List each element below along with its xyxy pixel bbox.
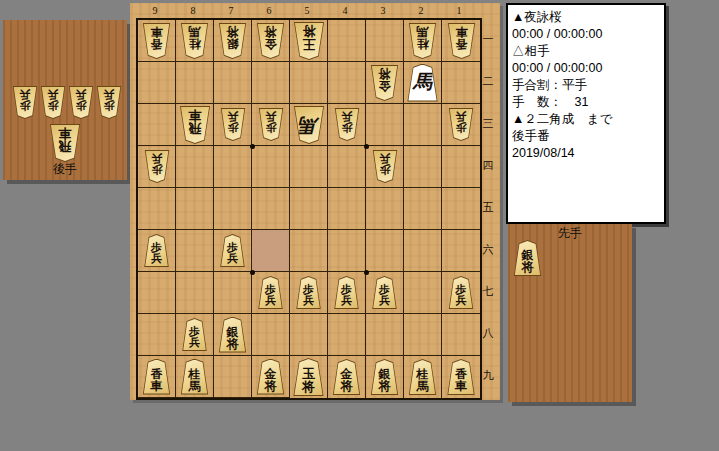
rank-label-二: 二 xyxy=(480,60,496,102)
board-cell-9六[interactable]: 歩兵 xyxy=(138,230,176,272)
board-cell-5四[interactable] xyxy=(290,146,328,188)
star-point xyxy=(364,270,369,275)
piece-face: 金将 xyxy=(371,66,398,100)
shogi-piece-歩兵-sente[interactable]: 歩兵 xyxy=(296,276,322,309)
board-cell-2二[interactable]: 馬 xyxy=(404,62,442,104)
star-point xyxy=(250,144,255,149)
piece-face: 香車 xyxy=(143,360,170,394)
board-cell-7八[interactable]: 銀将 xyxy=(214,314,252,356)
shogi-piece-香車-sente[interactable]: 香車 xyxy=(447,359,476,395)
board-cell-4二[interactable] xyxy=(328,62,366,104)
game-info-panel: ▲夜詠桜 00:00 / 00:00:00 △相手 00:00 / 00:00:… xyxy=(506,3,666,224)
board-cell-2五[interactable] xyxy=(404,188,442,230)
shogi-piece-玉将-sente[interactable]: 玉将 xyxy=(293,358,325,396)
board-cell-8四[interactable] xyxy=(176,146,214,188)
board-cell-4六[interactable] xyxy=(328,230,366,272)
board-cell-1九[interactable]: 香車 xyxy=(442,356,480,398)
piece-face: 金将 xyxy=(257,360,284,394)
file-label-2: 2 xyxy=(402,4,440,17)
rank-label-九: 九 xyxy=(480,354,496,396)
board-cell-4三[interactable]: 歩兵 xyxy=(328,104,366,146)
board-cell-6七[interactable]: 歩兵 xyxy=(252,272,290,314)
sente-hand-tray: 先手 銀将 xyxy=(508,224,632,402)
board-cell-3四[interactable]: 歩兵 xyxy=(366,146,404,188)
shogi-piece-歩兵-gote[interactable]: 歩兵 xyxy=(258,108,284,141)
board-cell-5一[interactable]: 王将 xyxy=(290,20,328,62)
piece-face: 歩兵 xyxy=(145,235,169,266)
board-cell-7二[interactable] xyxy=(214,62,252,104)
board-cell-1八[interactable] xyxy=(442,314,480,356)
board-cell-7五[interactable] xyxy=(214,188,252,230)
board-cell-2一[interactable]: 桂馬 xyxy=(404,20,442,62)
piece-face: 桂馬 xyxy=(409,24,436,58)
board-cell-7一[interactable]: 銀将 xyxy=(214,20,252,62)
piece-face: 歩兵 xyxy=(97,87,121,118)
board-cell-6六[interactable] xyxy=(252,230,290,272)
board-cell-5七[interactable]: 歩兵 xyxy=(290,272,328,314)
shogi-piece-歩兵-gote[interactable]: 歩兵 xyxy=(448,108,474,141)
shogi-piece-香車-gote[interactable]: 香車 xyxy=(447,23,476,59)
board-cell-9四[interactable]: 歩兵 xyxy=(138,146,176,188)
board-cell-2七[interactable] xyxy=(404,272,442,314)
piece-face: 歩兵 xyxy=(259,109,283,140)
file-label-8: 8 xyxy=(174,4,212,17)
board-cell-4八[interactable] xyxy=(328,314,366,356)
shogi-piece-歩兵-gote[interactable]: 歩兵 xyxy=(372,150,398,183)
file-label-4: 4 xyxy=(326,4,364,17)
piece-face: 香車 xyxy=(448,24,475,58)
piece-face: 桂馬 xyxy=(181,360,208,394)
piece-face: 金将 xyxy=(257,24,284,58)
file-label-6: 6 xyxy=(250,4,288,17)
hand-row: 歩兵歩兵歩兵歩兵 xyxy=(3,86,127,119)
shogi-piece-歩兵-sente[interactable]: 歩兵 xyxy=(334,276,360,309)
gote-label: 後手 xyxy=(3,161,127,178)
board-cell-9一[interactable]: 香車 xyxy=(138,20,176,62)
board-cell-6八[interactable] xyxy=(252,314,290,356)
gote-clock: 00:00 / 00:00:00 xyxy=(512,60,660,77)
turn-indicator: 後手番 xyxy=(512,128,660,145)
shogi-piece-歩兵-sente[interactable]: 歩兵 xyxy=(182,318,208,351)
board-cell-3五[interactable] xyxy=(366,188,404,230)
board-cell-6五[interactable] xyxy=(252,188,290,230)
shogi-piece-歩兵-gote[interactable]: 歩兵 xyxy=(12,86,38,119)
sente-clock: 00:00 / 00:00:00 xyxy=(512,26,660,43)
shogi-piece-歩兵-sente[interactable]: 歩兵 xyxy=(258,276,284,309)
board-cell-1四[interactable] xyxy=(442,146,480,188)
hand-row: 飛車 xyxy=(3,124,127,162)
board-cell-6四[interactable] xyxy=(252,146,290,188)
shogi-piece-銀将-sente[interactable]: 銀将 xyxy=(513,240,542,276)
board-cell-4七[interactable]: 歩兵 xyxy=(328,272,366,314)
shogi-piece-歩兵-gote[interactable]: 歩兵 xyxy=(334,108,360,141)
board-cell-5三[interactable]: 馬 xyxy=(290,104,328,146)
shogi-piece-歩兵-sente[interactable]: 歩兵 xyxy=(144,234,170,267)
board-cell-1三[interactable]: 歩兵 xyxy=(442,104,480,146)
board-cell-1五[interactable] xyxy=(442,188,480,230)
piece-face: 歩兵 xyxy=(259,277,283,308)
shogi-piece-歩兵-sente[interactable]: 歩兵 xyxy=(448,276,474,309)
file-label-5: 5 xyxy=(288,4,326,17)
hand-row: 銀将 xyxy=(508,240,632,276)
board-cell-8七[interactable] xyxy=(176,272,214,314)
shogi-piece-香車-sente[interactable]: 香車 xyxy=(142,359,171,395)
board-cell-4九[interactable]: 金将 xyxy=(328,356,366,398)
board-cell-5八[interactable] xyxy=(290,314,328,356)
shogi-piece-桂馬-sente[interactable]: 桂馬 xyxy=(180,359,209,395)
piece-face: 歩兵 xyxy=(449,277,473,308)
board-cell-9二[interactable] xyxy=(138,62,176,104)
board-cell-1七[interactable]: 歩兵 xyxy=(442,272,480,314)
shogi-piece-香車-gote[interactable]: 香車 xyxy=(142,23,171,59)
shogi-piece-銀将-sente[interactable]: 銀将 xyxy=(370,359,399,395)
rank-label-六: 六 xyxy=(480,228,496,270)
board-cell-4五[interactable] xyxy=(328,188,366,230)
board-cell-8三[interactable]: 飛車 xyxy=(176,104,214,146)
piece-face: 歩兵 xyxy=(335,277,359,308)
shogi-piece-金将-gote[interactable]: 金将 xyxy=(370,65,399,101)
board-cell-8八[interactable]: 歩兵 xyxy=(176,314,214,356)
board-cell-6一[interactable]: 金将 xyxy=(252,20,290,62)
shogi-piece-銀将-gote[interactable]: 銀将 xyxy=(218,23,247,59)
piece-face: 香車 xyxy=(143,24,170,58)
shogi-piece-歩兵-gote[interactable]: 歩兵 xyxy=(40,86,66,119)
board-cell-7七[interactable] xyxy=(214,272,252,314)
star-point xyxy=(250,270,255,275)
rank-label-三: 三 xyxy=(480,102,496,144)
shogi-piece-金将-sente[interactable]: 金将 xyxy=(256,359,285,395)
gote-player-name: △相手 xyxy=(512,43,660,60)
piece-face: 歩兵 xyxy=(297,277,321,308)
shogi-piece-歩兵-gote[interactable]: 歩兵 xyxy=(144,150,170,183)
shogi-piece-桂馬-sente[interactable]: 桂馬 xyxy=(408,359,437,395)
piece-face: 馬 xyxy=(408,65,438,101)
shogi-piece-金将-gote[interactable]: 金将 xyxy=(256,23,285,59)
board-grid: 香車桂馬銀将金将王将桂馬香車金将馬飛車歩兵歩兵馬歩兵歩兵歩兵歩兵歩兵歩兵歩兵歩兵… xyxy=(136,18,482,400)
board-cell-9七[interactable] xyxy=(138,272,176,314)
rank-label-七: 七 xyxy=(480,270,496,312)
piece-face: 飛車 xyxy=(180,107,210,143)
board-cell-5二[interactable] xyxy=(290,62,328,104)
move-count-line: 手 数： 31 xyxy=(512,94,660,111)
shogi-board-panel: 987654321 一二三四五六七八九 香車桂馬銀将金将王将桂馬香車金将馬飛車歩… xyxy=(130,3,500,400)
sente-label: 先手 xyxy=(508,225,632,242)
board-cell-8九[interactable]: 桂馬 xyxy=(176,356,214,398)
shogi-piece-歩兵-gote[interactable]: 歩兵 xyxy=(96,86,122,119)
piece-face: 桂馬 xyxy=(181,24,208,58)
board-cell-8六[interactable] xyxy=(176,230,214,272)
board-cell-2四[interactable] xyxy=(404,146,442,188)
shogi-piece-歩兵-sente[interactable]: 歩兵 xyxy=(372,276,398,309)
board-cell-8二[interactable] xyxy=(176,62,214,104)
board-cell-2八[interactable] xyxy=(404,314,442,356)
board-cell-9九[interactable]: 香車 xyxy=(138,356,176,398)
file-label-3: 3 xyxy=(364,4,402,17)
piece-face: 歩兵 xyxy=(183,319,207,350)
piece-face: 飛車 xyxy=(50,125,80,161)
shogi-piece-歩兵-gote[interactable]: 歩兵 xyxy=(68,86,94,119)
board-cell-7九[interactable] xyxy=(214,356,252,398)
board-cell-7四[interactable] xyxy=(214,146,252,188)
kifu-viewer-screen: 後手 歩兵歩兵歩兵歩兵飛車 987654321 一二三四五六七八九 香車桂馬銀将… xyxy=(0,0,719,451)
board-cell-5六[interactable] xyxy=(290,230,328,272)
shogi-piece-桂馬-gote[interactable]: 桂馬 xyxy=(408,23,437,59)
piece-face: 歩兵 xyxy=(69,87,93,118)
piece-face: 歩兵 xyxy=(373,277,397,308)
board-cell-2六[interactable] xyxy=(404,230,442,272)
board-cell-8五[interactable] xyxy=(176,188,214,230)
piece-face: 香車 xyxy=(448,360,475,394)
gote-hand-tray: 後手 歩兵歩兵歩兵歩兵飛車 xyxy=(3,20,127,180)
piece-face: 歩兵 xyxy=(373,151,397,182)
handicap-line: 手合割：平手 xyxy=(512,77,660,94)
piece-face: 銀将 xyxy=(514,241,541,275)
board-cell-4四[interactable] xyxy=(328,146,366,188)
shogi-piece-銀将-sente[interactable]: 銀将 xyxy=(218,317,247,353)
board-cell-9八[interactable] xyxy=(138,314,176,356)
shogi-piece-馬-sente[interactable]: 馬 xyxy=(407,64,439,102)
piece-face: 銀将 xyxy=(371,360,398,394)
board-cell-3一[interactable] xyxy=(366,20,404,62)
rank-label-一: 一 xyxy=(480,18,496,60)
board-cell-3八[interactable] xyxy=(366,314,404,356)
piece-face: 銀将 xyxy=(219,24,246,58)
piece-face: 歩兵 xyxy=(335,109,359,140)
piece-face: 歩兵 xyxy=(41,87,65,118)
piece-face: 歩兵 xyxy=(449,109,473,140)
piece-face: 歩兵 xyxy=(221,109,245,140)
board-cell-1一[interactable]: 香車 xyxy=(442,20,480,62)
star-point xyxy=(364,144,369,149)
board-cell-7六[interactable]: 歩兵 xyxy=(214,230,252,272)
board-cell-9三[interactable] xyxy=(138,104,176,146)
piece-face: 王将 xyxy=(294,23,324,59)
shogi-piece-桂馬-gote[interactable]: 桂馬 xyxy=(180,23,209,59)
rank-label-五: 五 xyxy=(480,186,496,228)
piece-face: 桂馬 xyxy=(409,360,436,394)
piece-face: 馬 xyxy=(294,107,324,143)
board-cell-3三[interactable] xyxy=(366,104,404,146)
board-cell-1二[interactable] xyxy=(442,62,480,104)
shogi-piece-飛車-gote[interactable]: 飛車 xyxy=(179,106,211,144)
board-cell-5五[interactable] xyxy=(290,188,328,230)
board-cell-3七[interactable]: 歩兵 xyxy=(366,272,404,314)
shogi-piece-王将-gote[interactable]: 王将 xyxy=(293,22,325,60)
rank-labels: 一二三四五六七八九 xyxy=(480,18,496,396)
board-cell-8一[interactable]: 桂馬 xyxy=(176,20,214,62)
board-cell-6九[interactable]: 金将 xyxy=(252,356,290,398)
rank-label-八: 八 xyxy=(480,312,496,354)
board-cell-6二[interactable] xyxy=(252,62,290,104)
sente-player-name: ▲夜詠桜 xyxy=(512,9,660,26)
shogi-piece-歩兵-sente[interactable]: 歩兵 xyxy=(220,234,246,267)
rank-label-四: 四 xyxy=(480,144,496,186)
board-cell-7三[interactable]: 歩兵 xyxy=(214,104,252,146)
board-cell-3六[interactable] xyxy=(366,230,404,272)
piece-face: 玉将 xyxy=(294,359,324,395)
board-cell-2三[interactable] xyxy=(404,104,442,146)
board-cell-3二[interactable]: 金将 xyxy=(366,62,404,104)
piece-face: 銀将 xyxy=(219,318,246,352)
board-cell-6三[interactable]: 歩兵 xyxy=(252,104,290,146)
board-cell-3九[interactable]: 銀将 xyxy=(366,356,404,398)
shogi-piece-馬-gote[interactable]: 馬 xyxy=(293,106,325,144)
piece-face: 金将 xyxy=(333,360,360,394)
board-cell-2九[interactable]: 桂馬 xyxy=(404,356,442,398)
shogi-piece-金将-sente[interactable]: 金将 xyxy=(332,359,361,395)
board-cell-5九[interactable]: 玉将 xyxy=(290,356,328,398)
piece-face: 歩兵 xyxy=(221,235,245,266)
shogi-piece-飛車-gote[interactable]: 飛車 xyxy=(49,124,81,162)
shogi-piece-歩兵-gote[interactable]: 歩兵 xyxy=(220,108,246,141)
file-label-1: 1 xyxy=(440,4,478,17)
file-labels: 987654321 xyxy=(136,4,478,17)
piece-face: 歩兵 xyxy=(145,151,169,182)
game-date: 2019/08/14 xyxy=(512,145,660,162)
file-label-9: 9 xyxy=(136,4,174,17)
board-cell-4一[interactable] xyxy=(328,20,366,62)
last-move-line: ▲２二角成 まで xyxy=(512,111,660,128)
piece-face: 歩兵 xyxy=(13,87,37,118)
file-label-7: 7 xyxy=(212,4,250,17)
board-cell-1六[interactable] xyxy=(442,230,480,272)
board-cell-9五[interactable] xyxy=(138,188,176,230)
